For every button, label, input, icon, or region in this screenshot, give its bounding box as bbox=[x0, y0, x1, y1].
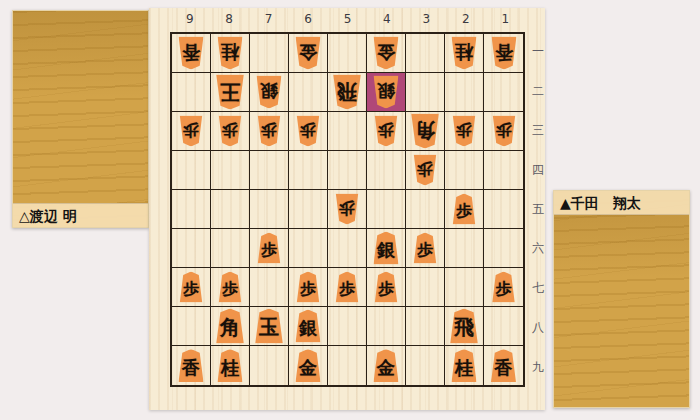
square-8五[interactable] bbox=[211, 190, 250, 229]
square-5一[interactable] bbox=[328, 34, 367, 73]
square-3八[interactable] bbox=[406, 307, 445, 346]
square-6四[interactable] bbox=[289, 151, 328, 190]
square-6五[interactable] bbox=[289, 190, 328, 229]
piece-sente-knight: 桂 bbox=[450, 349, 479, 382]
piece-gote-gold: 金 bbox=[294, 37, 323, 70]
piece-gote-knight: 桂 bbox=[216, 37, 245, 70]
piece-gote-pawn: 歩 bbox=[491, 116, 517, 147]
piece-sente-pawn: 歩 bbox=[256, 233, 282, 264]
piece-sente-silver: 銀 bbox=[294, 310, 323, 343]
square-5三[interactable] bbox=[328, 112, 367, 151]
square-4九[interactable]: 金 bbox=[367, 346, 406, 385]
rank-label: 八 bbox=[531, 308, 545, 347]
square-5七[interactable]: 歩 bbox=[328, 268, 367, 307]
square-9五[interactable] bbox=[172, 190, 211, 229]
square-3一[interactable] bbox=[406, 34, 445, 73]
piece-sente-silver: 銀 bbox=[372, 232, 401, 265]
square-3六[interactable]: 歩 bbox=[406, 229, 445, 268]
square-2五[interactable]: 歩 bbox=[445, 190, 484, 229]
square-1四[interactable] bbox=[484, 151, 523, 190]
square-1一[interactable]: 香 bbox=[484, 34, 523, 73]
piece-sente-pawn: 歩 bbox=[412, 233, 438, 264]
square-1三[interactable]: 歩 bbox=[484, 112, 523, 151]
file-label: 2 bbox=[446, 12, 485, 28]
square-5八[interactable] bbox=[328, 307, 367, 346]
square-6二[interactable] bbox=[289, 73, 328, 112]
piece-sente-lance: 香 bbox=[177, 349, 206, 382]
rank-label: 九 bbox=[531, 348, 545, 387]
square-7五[interactable] bbox=[250, 190, 289, 229]
square-7四[interactable] bbox=[250, 151, 289, 190]
piece-sente-pawn: 歩 bbox=[451, 194, 477, 225]
file-label: 8 bbox=[209, 12, 248, 28]
file-label: 9 bbox=[170, 12, 209, 28]
square-7一[interactable] bbox=[250, 34, 289, 73]
square-7六[interactable]: 歩 bbox=[250, 229, 289, 268]
sente-komadai: ▲千田 翔太 bbox=[553, 190, 690, 408]
piece-sente-rook: 飛 bbox=[448, 309, 480, 344]
square-9一[interactable]: 香 bbox=[172, 34, 211, 73]
square-2八[interactable]: 飛 bbox=[445, 307, 484, 346]
piece-sente-king: 玉 bbox=[253, 309, 285, 344]
piece-sente-knight: 桂 bbox=[216, 349, 245, 382]
square-1九[interactable]: 香 bbox=[484, 346, 523, 385]
square-6六[interactable] bbox=[289, 229, 328, 268]
square-1八[interactable] bbox=[484, 307, 523, 346]
piece-sente-pawn: 歩 bbox=[295, 272, 321, 303]
gote-name-plate: △渡辺 明 bbox=[13, 203, 148, 227]
square-8七[interactable]: 歩 bbox=[211, 268, 250, 307]
square-8四[interactable] bbox=[211, 151, 250, 190]
rank-labels: 一二三四五六七八九 bbox=[531, 32, 545, 387]
square-3七[interactable] bbox=[406, 268, 445, 307]
square-4四[interactable] bbox=[367, 151, 406, 190]
square-1五[interactable] bbox=[484, 190, 523, 229]
piece-gote-rook: 飛 bbox=[331, 75, 363, 110]
piece-gote-pawn: 歩 bbox=[217, 116, 243, 147]
piece-gote-silver: 銀 bbox=[372, 76, 401, 109]
square-9四[interactable] bbox=[172, 151, 211, 190]
file-label: 3 bbox=[407, 12, 446, 28]
piece-gote-pawn: 歩 bbox=[178, 116, 204, 147]
file-label: 4 bbox=[367, 12, 406, 28]
square-9三[interactable]: 歩 bbox=[172, 112, 211, 151]
square-5二[interactable]: 飛 bbox=[328, 73, 367, 112]
piece-gote-pawn: 歩 bbox=[334, 194, 360, 225]
piece-sente-bishop: 角 bbox=[214, 309, 246, 344]
square-7二[interactable]: 銀 bbox=[250, 73, 289, 112]
square-8六[interactable] bbox=[211, 229, 250, 268]
rank-label: 五 bbox=[531, 190, 545, 229]
shogi-board-panel: 987654321 一二三四五六七八九 香桂金金桂香王銀飛銀歩歩歩歩歩角歩歩歩歩… bbox=[149, 8, 545, 410]
piece-sente-pawn: 歩 bbox=[178, 272, 204, 303]
file-label: 7 bbox=[249, 12, 288, 28]
square-7三[interactable]: 歩 bbox=[250, 112, 289, 151]
file-label: 5 bbox=[328, 12, 367, 28]
rank-label: 七 bbox=[531, 269, 545, 308]
square-4三[interactable]: 歩 bbox=[367, 112, 406, 151]
square-1二[interactable] bbox=[484, 73, 523, 112]
square-8三[interactable]: 歩 bbox=[211, 112, 250, 151]
square-4六[interactable]: 銀 bbox=[367, 229, 406, 268]
file-label: 6 bbox=[288, 12, 327, 28]
square-6八[interactable]: 銀 bbox=[289, 307, 328, 346]
square-3五[interactable] bbox=[406, 190, 445, 229]
piece-sente-pawn: 歩 bbox=[491, 272, 517, 303]
square-7九[interactable] bbox=[250, 346, 289, 385]
square-9七[interactable]: 歩 bbox=[172, 268, 211, 307]
square-4八[interactable] bbox=[367, 307, 406, 346]
piece-gote-pawn: 歩 bbox=[295, 116, 321, 147]
square-5五[interactable]: 歩 bbox=[328, 190, 367, 229]
square-7八[interactable]: 玉 bbox=[250, 307, 289, 346]
square-9九[interactable]: 香 bbox=[172, 346, 211, 385]
square-2二[interactable] bbox=[445, 73, 484, 112]
piece-sente-gold: 金 bbox=[372, 349, 401, 382]
square-4七[interactable]: 歩 bbox=[367, 268, 406, 307]
square-2三[interactable]: 歩 bbox=[445, 112, 484, 151]
rank-label: 四 bbox=[531, 150, 545, 189]
square-8二[interactable]: 王 bbox=[211, 73, 250, 112]
square-1七[interactable]: 歩 bbox=[484, 268, 523, 307]
file-labels: 987654321 bbox=[170, 12, 525, 28]
square-3三[interactable]: 角 bbox=[406, 112, 445, 151]
piece-gote-pawn: 歩 bbox=[451, 116, 477, 147]
piece-sente-gold: 金 bbox=[294, 349, 323, 382]
square-5九[interactable] bbox=[328, 346, 367, 385]
square-3二[interactable] bbox=[406, 73, 445, 112]
gote-komadai: △渡辺 明 bbox=[12, 10, 149, 228]
square-6九[interactable]: 金 bbox=[289, 346, 328, 385]
square-2四[interactable] bbox=[445, 151, 484, 190]
piece-gote-knight: 桂 bbox=[450, 37, 479, 70]
square-2一[interactable]: 桂 bbox=[445, 34, 484, 73]
square-6七[interactable]: 歩 bbox=[289, 268, 328, 307]
square-6一[interactable]: 金 bbox=[289, 34, 328, 73]
piece-gote-king: 王 bbox=[214, 75, 246, 110]
square-2六[interactable] bbox=[445, 229, 484, 268]
piece-gote-lance: 香 bbox=[177, 37, 206, 70]
square-6三[interactable]: 歩 bbox=[289, 112, 328, 151]
square-8一[interactable]: 桂 bbox=[211, 34, 250, 73]
rank-label: 三 bbox=[531, 111, 545, 150]
piece-gote-pawn: 歩 bbox=[256, 116, 282, 147]
sente-name-plate: ▲千田 翔太 bbox=[554, 191, 689, 215]
piece-gote-pawn: 歩 bbox=[373, 116, 399, 147]
rank-label: 一 bbox=[531, 32, 545, 71]
square-2九[interactable]: 桂 bbox=[445, 346, 484, 385]
piece-sente-pawn: 歩 bbox=[334, 272, 360, 303]
square-4一[interactable]: 金 bbox=[367, 34, 406, 73]
piece-gote-silver: 銀 bbox=[255, 76, 284, 109]
square-9八[interactable] bbox=[172, 307, 211, 346]
square-5四[interactable] bbox=[328, 151, 367, 190]
piece-sente-pawn: 歩 bbox=[217, 272, 243, 303]
square-7七[interactable] bbox=[250, 268, 289, 307]
shogi-board: 香桂金金桂香王銀飛銀歩歩歩歩歩角歩歩歩歩歩歩銀歩歩歩歩歩歩歩角玉銀飛香桂金金桂香 bbox=[170, 32, 525, 387]
file-label: 1 bbox=[486, 12, 525, 28]
piece-gote-gold: 金 bbox=[372, 37, 401, 70]
piece-gote-bishop: 角 bbox=[409, 114, 441, 149]
piece-sente-lance: 香 bbox=[489, 349, 518, 382]
piece-gote-lance: 香 bbox=[489, 37, 518, 70]
square-4二[interactable]: 銀 bbox=[367, 73, 406, 112]
square-5六[interactable] bbox=[328, 229, 367, 268]
square-3九[interactable] bbox=[406, 346, 445, 385]
square-8八[interactable]: 角 bbox=[211, 307, 250, 346]
square-4五[interactable] bbox=[367, 190, 406, 229]
square-2七[interactable] bbox=[445, 268, 484, 307]
square-3四[interactable]: 歩 bbox=[406, 151, 445, 190]
square-9六[interactable] bbox=[172, 229, 211, 268]
rank-label: 六 bbox=[531, 229, 545, 268]
square-9二[interactable] bbox=[172, 73, 211, 112]
piece-sente-pawn: 歩 bbox=[373, 272, 399, 303]
piece-gote-pawn: 歩 bbox=[412, 155, 438, 186]
square-1六[interactable] bbox=[484, 229, 523, 268]
rank-label: 二 bbox=[531, 71, 545, 110]
square-8九[interactable]: 桂 bbox=[211, 346, 250, 385]
